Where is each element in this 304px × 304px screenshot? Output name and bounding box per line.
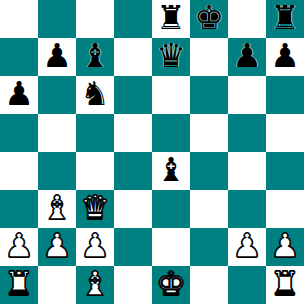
square-f2[interactable] bbox=[190, 228, 228, 266]
square-b1[interactable] bbox=[38, 266, 76, 304]
square-a4[interactable] bbox=[0, 152, 38, 190]
black-pawn[interactable]: ♟ bbox=[232, 38, 262, 75]
black-bishop[interactable]: ♝ bbox=[156, 152, 186, 189]
square-h6[interactable] bbox=[266, 76, 304, 114]
square-d5[interactable] bbox=[114, 114, 152, 152]
square-g8[interactable] bbox=[228, 0, 266, 38]
square-f8[interactable]: ♚ bbox=[190, 0, 228, 38]
square-b5[interactable] bbox=[38, 114, 76, 152]
square-h7[interactable]: ♟ bbox=[266, 38, 304, 76]
white-bishop[interactable]: ♝ bbox=[80, 266, 110, 303]
white-pawn[interactable]: ♟ bbox=[270, 228, 300, 265]
square-a6[interactable]: ♟ bbox=[0, 76, 38, 114]
square-b7[interactable]: ♟ bbox=[38, 38, 76, 76]
chess-board: ♜♚♜♟♝♛♟♟♟♞♝♝♛♟♟♟♟♟♜♝♚♜ bbox=[0, 0, 304, 304]
square-g4[interactable] bbox=[228, 152, 266, 190]
square-d3[interactable] bbox=[114, 190, 152, 228]
black-pawn[interactable]: ♟ bbox=[4, 76, 34, 113]
black-knight[interactable]: ♞ bbox=[80, 76, 110, 113]
white-rook[interactable]: ♜ bbox=[4, 266, 34, 303]
black-pawn[interactable]: ♟ bbox=[42, 38, 72, 75]
square-b2[interactable]: ♟ bbox=[38, 228, 76, 266]
square-c7[interactable]: ♝ bbox=[76, 38, 114, 76]
square-a3[interactable] bbox=[0, 190, 38, 228]
white-pawn[interactable]: ♟ bbox=[80, 228, 110, 265]
square-e2[interactable] bbox=[152, 228, 190, 266]
square-a5[interactable] bbox=[0, 114, 38, 152]
square-e7[interactable]: ♛ bbox=[152, 38, 190, 76]
square-h3[interactable] bbox=[266, 190, 304, 228]
square-c5[interactable] bbox=[76, 114, 114, 152]
square-c4[interactable] bbox=[76, 152, 114, 190]
square-a2[interactable]: ♟ bbox=[0, 228, 38, 266]
square-c2[interactable]: ♟ bbox=[76, 228, 114, 266]
square-d8[interactable] bbox=[114, 0, 152, 38]
square-e1[interactable]: ♚ bbox=[152, 266, 190, 304]
white-rook[interactable]: ♜ bbox=[270, 266, 300, 303]
black-pawn[interactable]: ♟ bbox=[270, 38, 300, 75]
square-h2[interactable]: ♟ bbox=[266, 228, 304, 266]
square-e3[interactable] bbox=[152, 190, 190, 228]
square-a8[interactable] bbox=[0, 0, 38, 38]
square-g1[interactable] bbox=[228, 266, 266, 304]
white-pawn[interactable]: ♟ bbox=[42, 228, 72, 265]
square-c3[interactable]: ♛ bbox=[76, 190, 114, 228]
white-pawn[interactable]: ♟ bbox=[232, 228, 262, 265]
square-g7[interactable]: ♟ bbox=[228, 38, 266, 76]
square-c8[interactable] bbox=[76, 0, 114, 38]
square-a7[interactable] bbox=[0, 38, 38, 76]
square-d7[interactable] bbox=[114, 38, 152, 76]
white-pawn[interactable]: ♟ bbox=[4, 228, 34, 265]
square-d4[interactable] bbox=[114, 152, 152, 190]
square-f5[interactable] bbox=[190, 114, 228, 152]
square-d6[interactable] bbox=[114, 76, 152, 114]
square-g2[interactable]: ♟ bbox=[228, 228, 266, 266]
black-rook[interactable]: ♜ bbox=[270, 0, 300, 37]
square-h8[interactable]: ♜ bbox=[266, 0, 304, 38]
square-b4[interactable] bbox=[38, 152, 76, 190]
square-b8[interactable] bbox=[38, 0, 76, 38]
white-king[interactable]: ♚ bbox=[156, 266, 186, 303]
black-bishop[interactable]: ♝ bbox=[80, 38, 110, 75]
square-e6[interactable] bbox=[152, 76, 190, 114]
square-h1[interactable]: ♜ bbox=[266, 266, 304, 304]
square-g6[interactable] bbox=[228, 76, 266, 114]
square-a1[interactable]: ♜ bbox=[0, 266, 38, 304]
square-b6[interactable] bbox=[38, 76, 76, 114]
square-e4[interactable]: ♝ bbox=[152, 152, 190, 190]
square-f7[interactable] bbox=[190, 38, 228, 76]
black-king[interactable]: ♚ bbox=[194, 0, 224, 37]
square-g5[interactable] bbox=[228, 114, 266, 152]
square-f1[interactable] bbox=[190, 266, 228, 304]
square-f3[interactable] bbox=[190, 190, 228, 228]
square-e5[interactable] bbox=[152, 114, 190, 152]
square-h5[interactable] bbox=[266, 114, 304, 152]
square-f4[interactable] bbox=[190, 152, 228, 190]
square-g3[interactable] bbox=[228, 190, 266, 228]
square-h4[interactable] bbox=[266, 152, 304, 190]
white-queen[interactable]: ♛ bbox=[80, 190, 110, 227]
square-c6[interactable]: ♞ bbox=[76, 76, 114, 114]
square-b3[interactable]: ♝ bbox=[38, 190, 76, 228]
black-queen[interactable]: ♛ bbox=[156, 38, 186, 75]
white-bishop[interactable]: ♝ bbox=[42, 190, 72, 227]
square-d2[interactable] bbox=[114, 228, 152, 266]
square-f6[interactable] bbox=[190, 76, 228, 114]
square-d1[interactable] bbox=[114, 266, 152, 304]
square-e8[interactable]: ♜ bbox=[152, 0, 190, 38]
black-rook[interactable]: ♜ bbox=[156, 0, 186, 37]
square-c1[interactable]: ♝ bbox=[76, 266, 114, 304]
